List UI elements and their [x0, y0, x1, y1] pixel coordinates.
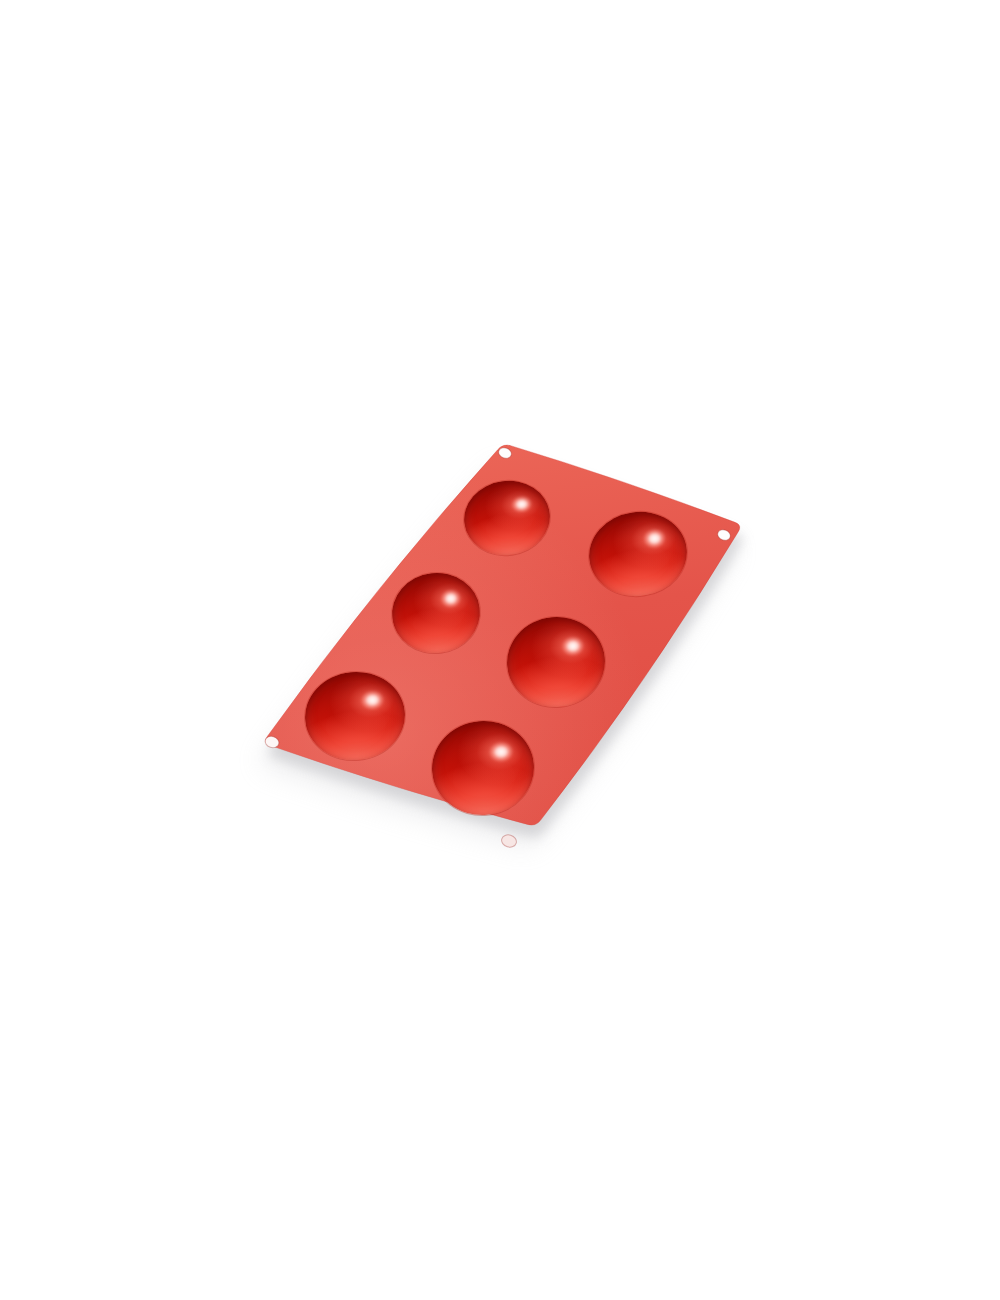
cavity-highlight: [560, 635, 586, 658]
cavity-highlight: [439, 588, 462, 609]
cavity-highlight: [642, 527, 668, 549]
cavity-highlight: [359, 689, 385, 712]
cavity-highlight: [488, 740, 514, 764]
cavity-highlight: [510, 495, 533, 515]
mold-photo-svg: [0, 0, 1000, 1300]
product-photo-scene: [0, 0, 1000, 1300]
